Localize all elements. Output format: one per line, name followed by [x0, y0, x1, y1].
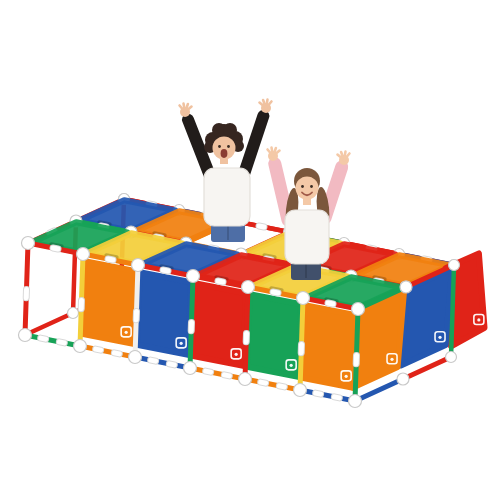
rod [190, 368, 245, 379]
connector-ball [22, 237, 35, 250]
product-photo [0, 0, 500, 500]
rod [80, 346, 135, 357]
rod [25, 313, 73, 335]
front-panel [302, 305, 356, 388]
connector-ball [74, 340, 87, 353]
child-hair [223, 123, 237, 137]
rod [245, 379, 300, 390]
rod-clip [169, 364, 174, 365]
rod-clip [151, 360, 156, 361]
rod-clip [316, 393, 321, 394]
connector-ball [19, 329, 32, 342]
connector-ball [297, 292, 310, 305]
rod [25, 335, 80, 346]
child-head [204, 123, 244, 160]
rod-clip [59, 342, 64, 343]
connector-ball [132, 259, 145, 272]
child-mouth [221, 149, 228, 158]
connector-ball [129, 351, 142, 364]
fort-scene [0, 0, 500, 500]
connector-ball [187, 270, 200, 283]
rod-clip [224, 375, 229, 376]
rod [451, 265, 454, 357]
connector-ball [184, 362, 197, 375]
rod-clip [163, 270, 168, 271]
connector-ball [77, 248, 90, 261]
rod-clip [114, 353, 119, 354]
child-arm [244, 116, 263, 174]
child-torso [285, 210, 329, 264]
connector-ball [352, 303, 365, 316]
front-panel [82, 261, 136, 344]
rod-clip [261, 382, 266, 383]
connector-ball [294, 384, 307, 397]
connector-ball [68, 308, 79, 319]
connector-ball [349, 395, 362, 408]
rod-clip [279, 386, 284, 387]
rod-clip [218, 281, 223, 282]
rod-clip [273, 292, 278, 293]
rod-clip [53, 248, 58, 249]
front-panel [192, 283, 246, 366]
rod-clip [96, 349, 101, 350]
connector-ball [397, 373, 409, 385]
rod-clip [328, 303, 333, 304]
connector-ball [449, 260, 460, 271]
connector-ball [400, 281, 412, 293]
rod-clip [259, 226, 264, 227]
child-head [294, 168, 320, 200]
rod-clip [41, 338, 46, 339]
rod-clip [206, 371, 211, 372]
rod [300, 390, 355, 401]
rod [135, 357, 190, 368]
connector-ball [242, 281, 255, 294]
rod-clip [334, 397, 339, 398]
front-panel [137, 272, 191, 355]
front-panel [247, 294, 301, 377]
rod-clip [108, 259, 113, 260]
child-torso [204, 168, 250, 226]
connector-ball [239, 373, 252, 386]
connector-ball [446, 352, 457, 363]
